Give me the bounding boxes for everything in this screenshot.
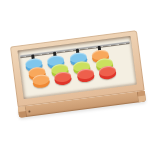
- finger-joint-left: [18, 106, 27, 118]
- disc-col3-row3-red[interactable]: [76, 68, 95, 83]
- disc-col4-row3-red[interactable]: [98, 65, 117, 80]
- wood-knot: [28, 110, 30, 112]
- product-photo: [0, 0, 160, 160]
- play-board: [17, 36, 136, 99]
- disc-col2-row3-red[interactable]: [54, 71, 73, 86]
- wooden-box: [10, 30, 146, 118]
- finger-joint-right: [137, 91, 146, 103]
- disc-col1-row3-orange[interactable]: [31, 74, 50, 89]
